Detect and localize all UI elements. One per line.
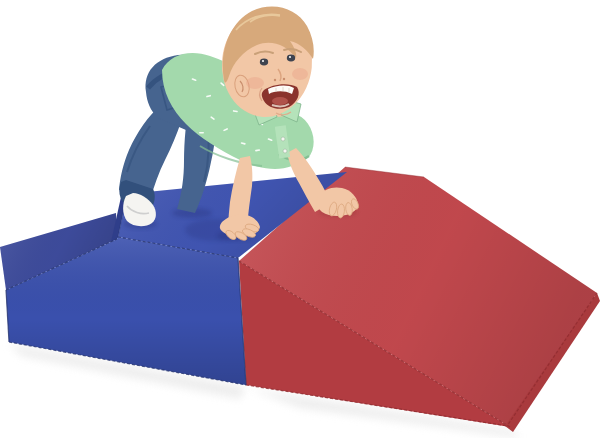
photo-scene (0, 0, 600, 438)
right-eye (287, 55, 295, 62)
polo-button (281, 137, 285, 141)
right-eye-glint (289, 56, 291, 58)
left-cheek-blush (246, 77, 264, 89)
nostril (274, 79, 276, 81)
shirt-print-mark (199, 132, 204, 134)
right-cheek-blush (292, 68, 308, 80)
product-photo (0, 0, 600, 438)
polo-button (283, 149, 287, 153)
left-eye-glint (262, 60, 264, 62)
nostril (283, 78, 285, 80)
left-eye (260, 59, 268, 66)
tongue (272, 97, 288, 105)
